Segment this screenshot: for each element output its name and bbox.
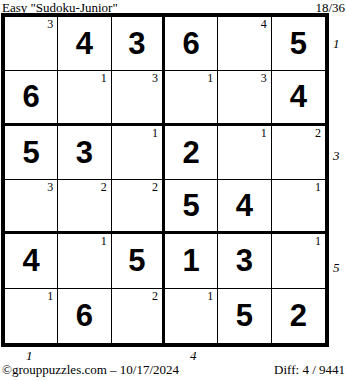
cell-value: 5	[112, 234, 162, 287]
cell-value: 2	[272, 289, 325, 343]
pencil-hint: 2	[315, 127, 321, 140]
cell-r3c2[interactable]: 3	[58, 126, 111, 180]
pencil-hint: 1	[152, 127, 158, 140]
cell-value: 3	[58, 126, 110, 179]
pencil-hint: 3	[47, 181, 53, 194]
cell-r6c6[interactable]: 2	[272, 289, 325, 343]
cell-r6c1[interactable]: 1	[5, 289, 58, 343]
cell-r2c1[interactable]: 6	[5, 71, 58, 125]
cell-r4c6[interactable]: 1	[272, 180, 325, 234]
pencil-hint: 1	[101, 72, 107, 85]
cell-r3c1[interactable]: 5	[5, 126, 58, 180]
row-label-3: 3	[333, 148, 340, 164]
cell-value: 6	[5, 71, 57, 122]
cell-r6c2[interactable]: 6	[58, 289, 111, 343]
cell-value: 2	[165, 126, 217, 179]
cell-r5c4[interactable]: 1	[165, 234, 218, 288]
cell-r2c2[interactable]: 1	[58, 71, 111, 125]
cell-r5c3[interactable]: 5	[112, 234, 165, 288]
row-label-5: 5	[333, 260, 340, 276]
cell-r4c1[interactable]: 3	[5, 180, 58, 234]
cell-value: 3	[112, 17, 162, 70]
difficulty-id: Diff: 4 / 9441	[274, 362, 345, 378]
cell-r5c2[interactable]: 1	[58, 234, 111, 288]
cell-value: 4	[218, 180, 270, 231]
cell-value: 5	[165, 180, 217, 231]
pencil-hint: 1	[101, 235, 107, 248]
cell-value: 5	[218, 289, 270, 343]
cell-r2c6[interactable]: 4	[272, 71, 325, 125]
cell-value: 4	[272, 71, 325, 122]
cell-r4c3[interactable]: 2	[112, 180, 165, 234]
cell-value: 4	[58, 17, 110, 70]
col-label-4: 4	[190, 348, 197, 364]
cell-r6c5[interactable]: 5	[218, 289, 271, 343]
pencil-hint: 1	[207, 290, 213, 303]
cell-r4c5[interactable]: 4	[218, 180, 271, 234]
cell-value: 3	[218, 234, 270, 287]
row-label-1: 1	[333, 36, 340, 52]
cell-r1c4[interactable]: 6	[165, 17, 218, 71]
pencil-hint: 2	[152, 290, 158, 303]
puzzle-page: Easy "Sudoku-Junior" 18/36 3436456131345…	[0, 0, 347, 381]
pencil-hint: 1	[261, 127, 267, 140]
cell-r1c3[interactable]: 3	[112, 17, 165, 71]
cell-r2c5[interactable]: 3	[218, 71, 271, 125]
cell-r1c1[interactable]: 3	[5, 17, 58, 71]
cell-r5c1[interactable]: 4	[5, 234, 58, 288]
pencil-hint: 2	[101, 181, 107, 194]
pencil-hint: 3	[261, 72, 267, 85]
cell-value: 4	[5, 234, 57, 287]
pencil-hint: 1	[207, 72, 213, 85]
cell-r1c5[interactable]: 4	[218, 17, 271, 71]
board: 343645613134531212322541415131162152	[1, 13, 329, 347]
cell-r6c4[interactable]: 1	[165, 289, 218, 343]
cell-r2c3[interactable]: 3	[112, 71, 165, 125]
cell-r4c2[interactable]: 2	[58, 180, 111, 234]
pencil-hint: 1	[315, 235, 321, 248]
pencil-hint: 1	[47, 290, 53, 303]
pencil-hint: 3	[152, 72, 158, 85]
cell-r3c3[interactable]: 1	[112, 126, 165, 180]
cell-r2c4[interactable]: 1	[165, 71, 218, 125]
cell-r1c6[interactable]: 5	[272, 17, 325, 71]
cell-r4c4[interactable]: 5	[165, 180, 218, 234]
pencil-hint: 4	[261, 18, 267, 31]
cell-r5c5[interactable]: 3	[218, 234, 271, 288]
pencil-hint: 3	[47, 18, 53, 31]
cell-value: 1	[165, 234, 217, 287]
cell-r3c6[interactable]: 2	[272, 126, 325, 180]
cell-r3c5[interactable]: 1	[218, 126, 271, 180]
cell-r3c4[interactable]: 2	[165, 126, 218, 180]
copyright-date: ©grouppuzzles.com – 10/17/2024	[2, 362, 179, 378]
cell-value: 6	[58, 289, 110, 343]
cell-value: 6	[165, 17, 217, 70]
cell-r6c3[interactable]: 2	[112, 289, 165, 343]
cell-value: 5	[5, 126, 57, 179]
pencil-hint: 1	[315, 181, 321, 194]
pencil-hint: 2	[152, 181, 158, 194]
cell-r1c2[interactable]: 4	[58, 17, 111, 71]
cell-r5c6[interactable]: 1	[272, 234, 325, 288]
cell-value: 5	[272, 17, 325, 70]
